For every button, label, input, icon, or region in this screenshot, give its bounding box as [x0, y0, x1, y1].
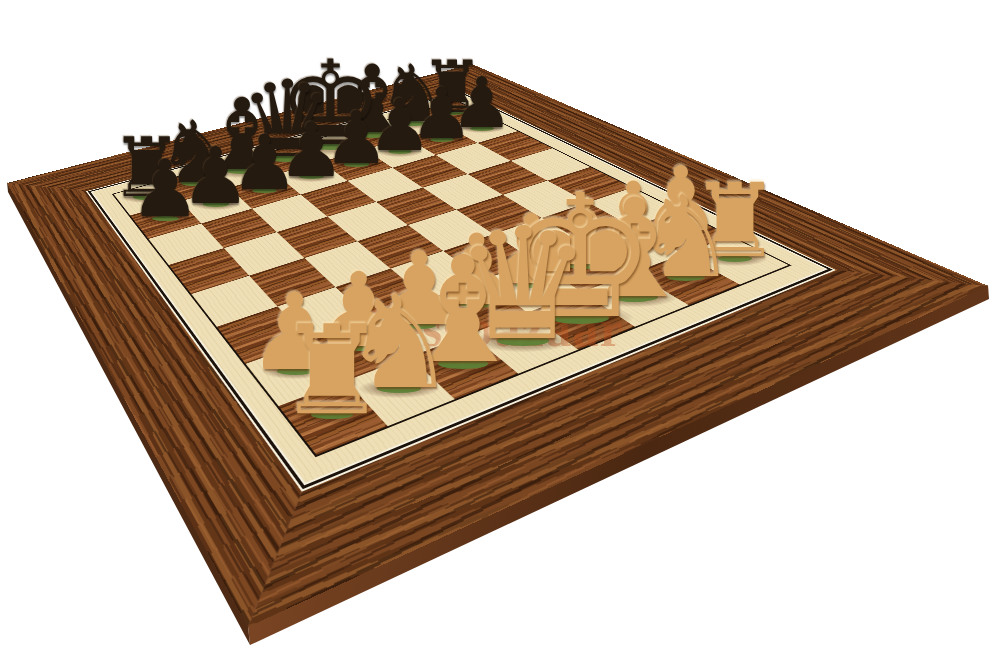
rook-glyph: ♜	[277, 309, 387, 432]
pawn-glyph: ♟	[130, 151, 201, 230]
product-photo-stage: chessbazaar ♜♞♝♛♚♝♞♜♟♟♟♟♟♟♟♟♟♟♟♟♟♟♟♟♜♞♝♛…	[0, 0, 1000, 667]
pieces-layer: ♜♞♝♛♚♝♞♜♟♟♟♟♟♟♟♟♟♟♟♟♟♟♟♟♜♞♝♛♚♝♞♜	[0, 0, 1000, 667]
